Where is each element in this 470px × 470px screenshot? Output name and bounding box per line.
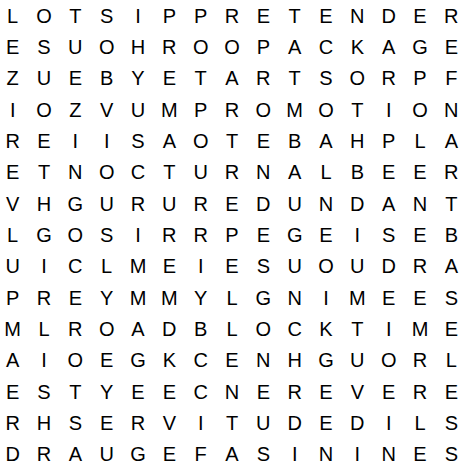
grid-cell[interactable]: T <box>342 313 373 344</box>
grid-cell[interactable]: V <box>0 188 28 219</box>
grid-cell[interactable]: A <box>122 313 153 344</box>
grid-cell[interactable]: A <box>310 125 341 156</box>
grid-cell[interactable]: M <box>122 282 153 313</box>
grid-cell[interactable]: N <box>279 282 310 313</box>
grid-cell[interactable]: Z <box>60 94 91 125</box>
grid-cell[interactable]: S <box>28 376 59 407</box>
grid-cell[interactable]: E <box>122 376 153 407</box>
grid-cell[interactable]: I <box>60 125 91 156</box>
grid-cell[interactable]: S <box>373 219 404 250</box>
grid-cell[interactable]: E <box>0 376 28 407</box>
grid-cell[interactable]: E <box>216 251 247 282</box>
grid-cell[interactable]: D <box>248 188 279 219</box>
grid-cell[interactable]: D <box>154 313 185 344</box>
grid-cell[interactable]: D <box>342 188 373 219</box>
grid-cell[interactable]: E <box>404 219 435 250</box>
grid-cell[interactable]: A <box>60 439 91 470</box>
grid-cell[interactable]: R <box>279 376 310 407</box>
grid-cell[interactable]: D <box>373 0 404 31</box>
grid-cell[interactable]: E <box>436 313 467 344</box>
grid-cell[interactable]: E <box>60 282 91 313</box>
grid-cell[interactable]: U <box>122 94 153 125</box>
grid-cell[interactable]: L <box>404 125 435 156</box>
grid-cell[interactable]: B <box>185 313 216 344</box>
grid-cell[interactable]: L <box>404 407 435 438</box>
grid-cell[interactable]: E <box>310 376 341 407</box>
grid-cell[interactable]: O <box>60 219 91 250</box>
grid-cell[interactable]: E <box>404 0 435 31</box>
grid-cell[interactable]: Z <box>0 63 28 94</box>
grid-cell[interactable]: N <box>436 94 467 125</box>
grid-cell[interactable]: G <box>60 188 91 219</box>
grid-cell[interactable]: S <box>248 251 279 282</box>
grid-cell[interactable]: O <box>91 157 122 188</box>
grid-cell[interactable]: E <box>248 376 279 407</box>
grid-cell[interactable]: E <box>310 407 341 438</box>
grid-cell[interactable]: E <box>248 219 279 250</box>
grid-cell[interactable]: C <box>122 157 153 188</box>
grid-cell[interactable]: G <box>28 219 59 250</box>
grid-cell[interactable]: E <box>154 251 185 282</box>
grid-cell[interactable]: U <box>28 63 59 94</box>
grid-cell[interactable]: H <box>28 188 59 219</box>
grid-cell[interactable]: O <box>310 251 341 282</box>
grid-cell[interactable]: U <box>342 251 373 282</box>
grid-cell[interactable]: A <box>279 31 310 62</box>
grid-cell[interactable]: O <box>404 94 435 125</box>
grid-cell[interactable]: E <box>0 157 28 188</box>
grid-cell[interactable]: Y <box>91 376 122 407</box>
grid-cell[interactable]: C <box>310 31 341 62</box>
grid-cell[interactable]: E <box>0 31 28 62</box>
grid-cell[interactable]: E <box>404 439 435 470</box>
grid-cell[interactable]: E <box>248 125 279 156</box>
grid-cell[interactable]: Y <box>91 282 122 313</box>
grid-cell[interactable]: N <box>373 439 404 470</box>
grid-cell[interactable]: E <box>28 125 59 156</box>
grid-cell[interactable]: M <box>342 282 373 313</box>
grid-cell[interactable]: I <box>342 219 373 250</box>
grid-cell[interactable]: R <box>154 219 185 250</box>
grid-cell[interactable]: I <box>185 407 216 438</box>
grid-cell[interactable]: T <box>279 63 310 94</box>
grid-cell[interactable]: R <box>404 376 435 407</box>
grid-cell[interactable]: R <box>122 407 153 438</box>
grid-cell[interactable]: T <box>185 63 216 94</box>
grid-cell[interactable]: H <box>122 31 153 62</box>
grid-cell[interactable]: A <box>216 439 247 470</box>
grid-cell[interactable]: A <box>373 31 404 62</box>
grid-cell[interactable]: P <box>185 94 216 125</box>
grid-cell[interactable]: T <box>216 407 247 438</box>
grid-cell[interactable]: O <box>185 31 216 62</box>
grid-cell[interactable]: K <box>342 31 373 62</box>
grid-cell[interactable]: E <box>154 439 185 470</box>
grid-cell[interactable]: T <box>154 157 185 188</box>
grid-cell[interactable]: S <box>436 407 467 438</box>
grid-cell[interactable]: O <box>248 313 279 344</box>
grid-cell[interactable]: D <box>373 251 404 282</box>
grid-cell[interactable]: G <box>248 282 279 313</box>
grid-cell[interactable]: H <box>279 345 310 376</box>
grid-cell[interactable]: N <box>216 376 247 407</box>
grid-cell[interactable]: T <box>436 188 467 219</box>
grid-cell[interactable]: U <box>279 188 310 219</box>
grid-cell[interactable]: S <box>28 31 59 62</box>
grid-cell[interactable]: S <box>310 63 341 94</box>
grid-cell[interactable]: A <box>436 125 467 156</box>
grid-cell[interactable]: E <box>60 63 91 94</box>
grid-cell[interactable]: T <box>28 157 59 188</box>
grid-cell[interactable]: E <box>436 376 467 407</box>
grid-cell[interactable]: E <box>436 31 467 62</box>
grid-cell[interactable]: I <box>373 94 404 125</box>
grid-cell[interactable]: M <box>154 94 185 125</box>
grid-cell[interactable]: E <box>310 0 341 31</box>
grid-cell[interactable]: U <box>91 439 122 470</box>
grid-cell[interactable]: E <box>373 282 404 313</box>
grid-cell[interactable]: E <box>373 376 404 407</box>
grid-cell[interactable]: T <box>279 0 310 31</box>
grid-cell[interactable]: E <box>248 0 279 31</box>
grid-cell[interactable]: M <box>122 251 153 282</box>
grid-cell[interactable]: U <box>185 157 216 188</box>
grid-cell[interactable]: M <box>154 282 185 313</box>
grid-cell[interactable]: L <box>216 313 247 344</box>
grid-cell[interactable]: A <box>373 188 404 219</box>
grid-cell[interactable]: M <box>404 313 435 344</box>
grid-cell[interactable]: G <box>122 345 153 376</box>
grid-cell[interactable]: R <box>216 94 247 125</box>
grid-cell[interactable]: U <box>91 188 122 219</box>
grid-cell[interactable]: O <box>342 63 373 94</box>
grid-cell[interactable]: A <box>154 125 185 156</box>
grid-cell[interactable]: L <box>436 345 467 376</box>
grid-cell[interactable]: C <box>60 251 91 282</box>
grid-cell[interactable]: E <box>216 188 247 219</box>
grid-cell[interactable]: I <box>185 251 216 282</box>
grid-cell[interactable]: S <box>436 439 467 470</box>
grid-cell[interactable]: R <box>28 439 59 470</box>
grid-cell[interactable]: N <box>60 157 91 188</box>
grid-cell[interactable]: P <box>154 0 185 31</box>
grid-cell[interactable]: R <box>436 157 467 188</box>
grid-cell[interactable]: R <box>185 219 216 250</box>
grid-cell[interactable]: O <box>185 125 216 156</box>
grid-cell[interactable]: R <box>436 0 467 31</box>
grid-cell[interactable]: I <box>342 439 373 470</box>
grid-cell[interactable]: U <box>248 407 279 438</box>
grid-cell[interactable]: T <box>60 0 91 31</box>
grid-cell[interactable]: N <box>310 439 341 470</box>
grid-cell[interactable]: E <box>91 345 122 376</box>
grid-cell[interactable]: I <box>28 251 59 282</box>
grid-cell[interactable]: N <box>404 188 435 219</box>
grid-cell[interactable]: O <box>248 94 279 125</box>
grid-cell[interactable]: E <box>91 407 122 438</box>
grid-cell[interactable]: C <box>279 313 310 344</box>
grid-cell[interactable]: R <box>185 188 216 219</box>
grid-cell[interactable]: I <box>28 345 59 376</box>
grid-cell[interactable]: I <box>91 125 122 156</box>
grid-cell[interactable]: B <box>279 125 310 156</box>
grid-cell[interactable]: L <box>310 157 341 188</box>
grid-cell[interactable]: G <box>310 345 341 376</box>
grid-cell[interactable]: U <box>342 345 373 376</box>
grid-cell[interactable]: K <box>154 345 185 376</box>
grid-cell[interactable]: K <box>310 313 341 344</box>
grid-cell[interactable]: R <box>154 31 185 62</box>
grid-cell[interactable]: D <box>342 407 373 438</box>
grid-cell[interactable]: E <box>216 345 247 376</box>
grid-cell[interactable]: L <box>216 282 247 313</box>
grid-cell[interactable]: V <box>91 94 122 125</box>
grid-cell[interactable]: V <box>154 407 185 438</box>
grid-cell[interactable]: P <box>404 63 435 94</box>
grid-cell[interactable]: R <box>404 345 435 376</box>
grid-cell[interactable]: N <box>310 188 341 219</box>
grid-cell[interactable]: R <box>373 63 404 94</box>
grid-cell[interactable]: I <box>0 94 28 125</box>
grid-cell[interactable]: M <box>0 313 28 344</box>
grid-cell[interactable]: A <box>436 251 467 282</box>
grid-cell[interactable]: L <box>28 313 59 344</box>
grid-cell[interactable]: H <box>28 407 59 438</box>
grid-cell[interactable]: H <box>342 125 373 156</box>
grid-cell[interactable]: O <box>91 313 122 344</box>
grid-cell[interactable]: L <box>0 219 28 250</box>
grid-cell[interactable]: I <box>122 0 153 31</box>
grid-cell[interactable]: Y <box>122 63 153 94</box>
grid-cell[interactable]: O <box>91 31 122 62</box>
grid-cell[interactable]: R <box>28 282 59 313</box>
grid-cell[interactable]: U <box>0 251 28 282</box>
grid-cell[interactable]: O <box>28 0 59 31</box>
grid-cell[interactable]: R <box>248 63 279 94</box>
grid-cell[interactable]: N <box>342 0 373 31</box>
grid-cell[interactable]: R <box>404 251 435 282</box>
grid-cell[interactable]: U <box>279 251 310 282</box>
grid-cell[interactable]: R <box>0 407 28 438</box>
grid-cell[interactable]: P <box>185 0 216 31</box>
grid-cell[interactable]: R <box>216 0 247 31</box>
grid-cell[interactable]: U <box>154 188 185 219</box>
grid-cell[interactable]: B <box>436 219 467 250</box>
grid-cell[interactable]: E <box>404 282 435 313</box>
grid-cell[interactable]: B <box>91 63 122 94</box>
grid-cell[interactable]: E <box>373 157 404 188</box>
grid-cell[interactable]: P <box>0 282 28 313</box>
grid-cell[interactable]: T <box>342 94 373 125</box>
grid-cell[interactable]: V <box>342 376 373 407</box>
grid-cell[interactable]: C <box>185 345 216 376</box>
grid-cell[interactable]: A <box>216 63 247 94</box>
grid-cell[interactable]: S <box>248 439 279 470</box>
grid-cell[interactable]: A <box>0 345 28 376</box>
grid-cell[interactable]: S <box>91 219 122 250</box>
grid-cell[interactable]: U <box>60 31 91 62</box>
grid-cell[interactable]: I <box>373 407 404 438</box>
grid-cell[interactable]: S <box>60 407 91 438</box>
grid-cell[interactable]: S <box>436 282 467 313</box>
grid-cell[interactable]: S <box>122 125 153 156</box>
grid-cell[interactable]: E <box>310 219 341 250</box>
grid-cell[interactable]: I <box>310 282 341 313</box>
grid-cell[interactable]: O <box>60 345 91 376</box>
grid-cell[interactable]: P <box>373 125 404 156</box>
grid-cell[interactable]: R <box>216 157 247 188</box>
grid-cell[interactable]: B <box>342 157 373 188</box>
grid-cell[interactable]: I <box>279 439 310 470</box>
grid-cell[interactable]: A <box>279 157 310 188</box>
grid-cell[interactable]: S <box>91 0 122 31</box>
grid-cell[interactable]: P <box>216 219 247 250</box>
grid-cell[interactable]: C <box>185 376 216 407</box>
grid-cell[interactable]: T <box>60 376 91 407</box>
grid-cell[interactable]: E <box>154 376 185 407</box>
grid-cell[interactable]: G <box>122 439 153 470</box>
grid-cell[interactable]: G <box>404 31 435 62</box>
grid-cell[interactable]: M <box>279 94 310 125</box>
grid-cell[interactable]: N <box>248 157 279 188</box>
grid-cell[interactable]: R <box>122 188 153 219</box>
grid-cell[interactable]: F <box>185 439 216 470</box>
grid-cell[interactable]: T <box>216 125 247 156</box>
grid-cell[interactable]: D <box>0 439 28 470</box>
grid-cell[interactable]: E <box>154 63 185 94</box>
grid-cell[interactable]: O <box>373 345 404 376</box>
grid-cell[interactable]: Y <box>185 282 216 313</box>
grid-cell[interactable]: E <box>404 157 435 188</box>
grid-cell[interactable]: I <box>122 219 153 250</box>
grid-cell[interactable]: O <box>216 31 247 62</box>
grid-cell[interactable]: O <box>310 94 341 125</box>
grid-cell[interactable]: L <box>91 251 122 282</box>
grid-cell[interactable]: R <box>60 313 91 344</box>
grid-cell[interactable]: G <box>279 219 310 250</box>
grid-cell[interactable]: R <box>0 125 28 156</box>
grid-cell[interactable]: F <box>436 63 467 94</box>
grid-cell[interactable]: D <box>279 407 310 438</box>
grid-cell[interactable]: O <box>28 94 59 125</box>
grid-cell[interactable]: P <box>248 31 279 62</box>
grid-cell[interactable]: I <box>373 313 404 344</box>
grid-cell[interactable]: L <box>0 0 28 31</box>
grid-cell[interactable]: N <box>248 345 279 376</box>
word-search-grid: LOTSIPPRETENDERESUOHROOPACKAGEZUEBYETART… <box>0 0 467 470</box>
